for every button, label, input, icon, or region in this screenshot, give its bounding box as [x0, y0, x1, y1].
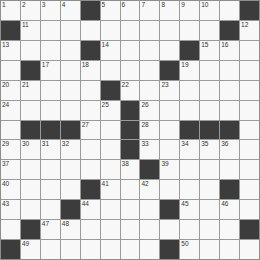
- clue-number: 6: [122, 1, 126, 9]
- cell-r2c8[interactable]: [140, 21, 159, 40]
- cell-r8c1[interactable]: 29: [1, 140, 20, 159]
- clue-number: 31: [42, 140, 49, 148]
- cell-r12c7[interactable]: [121, 220, 140, 239]
- cell-r6c12[interactable]: [220, 101, 239, 120]
- clue-number: 13: [2, 41, 9, 49]
- clue-number: 36: [221, 140, 228, 148]
- cell-r2c11[interactable]: [200, 21, 219, 40]
- cell-r1c2[interactable]: 2: [21, 1, 40, 20]
- cell-r12c9[interactable]: [160, 220, 179, 239]
- clue-number: 24: [2, 101, 9, 109]
- black-cell-r4c2: [21, 61, 40, 80]
- cell-r13c5[interactable]: [81, 240, 100, 259]
- cell-r6c13[interactable]: [240, 101, 259, 120]
- cell-r9c2[interactable]: [21, 160, 40, 179]
- cell-r13c7[interactable]: [121, 240, 140, 259]
- cell-r3c3[interactable]: [41, 41, 60, 60]
- cell-r13c11[interactable]: [200, 240, 219, 259]
- cell-r4c13[interactable]: [240, 61, 259, 80]
- black-cell-r3c10: [180, 41, 199, 60]
- cell-r1c8[interactable]: 7: [140, 1, 159, 20]
- cell-r3c11[interactable]: 15: [200, 41, 219, 60]
- cell-r8c13[interactable]: [240, 140, 259, 159]
- cell-r9c7[interactable]: 38: [121, 160, 140, 179]
- clue-number: 4: [62, 1, 66, 9]
- cell-r8c5[interactable]: [81, 140, 100, 159]
- black-cell-r8c7: [121, 140, 140, 159]
- cell-r3c7[interactable]: [121, 41, 140, 60]
- black-cell-r7c7: [121, 121, 140, 140]
- clue-number: 1: [2, 1, 6, 9]
- cell-r13c12[interactable]: [220, 240, 239, 259]
- clue-number: 7: [141, 1, 145, 9]
- cell-r5c1[interactable]: 20: [1, 81, 20, 100]
- clue-number: 33: [141, 140, 148, 148]
- clue-number: 34: [181, 140, 188, 148]
- cell-r1c10[interactable]: 9: [180, 1, 199, 20]
- clue-number: 38: [122, 160, 129, 168]
- cell-r7c1[interactable]: [1, 121, 20, 140]
- cell-r11c5[interactable]: 44: [81, 200, 100, 219]
- black-cell-r13c9: [160, 240, 179, 259]
- cell-r11c6[interactable]: [101, 200, 120, 219]
- cell-r2c9[interactable]: [160, 21, 179, 40]
- cell-r1c4[interactable]: 4: [61, 1, 80, 20]
- clue-number: 45: [181, 200, 188, 208]
- black-cell-r1c5: [81, 1, 100, 20]
- cell-r1c7[interactable]: 6: [121, 1, 140, 20]
- cell-r8c12[interactable]: 36: [220, 140, 239, 159]
- black-cell-r7c11: [200, 121, 219, 140]
- cell-r6c9[interactable]: [160, 101, 179, 120]
- cell-r9c6[interactable]: [101, 160, 120, 179]
- cell-r3c12[interactable]: 16: [220, 41, 239, 60]
- cell-r13c3[interactable]: [41, 240, 60, 259]
- cell-r3c2[interactable]: [21, 41, 40, 60]
- cell-r11c12[interactable]: 46: [220, 200, 239, 219]
- clue-number: 39: [161, 160, 168, 168]
- clue-number: 23: [161, 81, 168, 89]
- clue-number: 48: [62, 220, 69, 228]
- cell-r12c12[interactable]: [220, 220, 239, 239]
- cell-r2c2[interactable]: 11: [21, 21, 40, 40]
- cell-r13c10[interactable]: 50: [180, 240, 199, 259]
- cell-r5c11[interactable]: [200, 81, 219, 100]
- clue-number: 5: [102, 1, 106, 9]
- clue-number: 29: [2, 140, 9, 148]
- black-cell-r11c4: [61, 200, 80, 219]
- cell-r7c6[interactable]: [101, 121, 120, 140]
- clue-number: 21: [22, 81, 29, 89]
- black-cell-r12c2: [21, 220, 40, 239]
- clue-number: 37: [2, 160, 9, 168]
- cell-r8c10[interactable]: 34: [180, 140, 199, 159]
- cell-r5c9[interactable]: 23: [160, 81, 179, 100]
- cell-r9c11[interactable]: [200, 160, 219, 179]
- cell-r13c4[interactable]: [61, 240, 80, 259]
- black-cell-r2c12: [220, 21, 239, 40]
- black-cell-r10c5: [81, 180, 100, 199]
- cell-r2c3[interactable]: [41, 21, 60, 40]
- cell-r6c11[interactable]: [200, 101, 219, 120]
- cell-r5c4[interactable]: [61, 81, 80, 100]
- clue-number: 32: [62, 140, 69, 148]
- cell-r5c12[interactable]: [220, 81, 239, 100]
- cell-r10c3[interactable]: [41, 180, 60, 199]
- cell-r12c8[interactable]: [140, 220, 159, 239]
- cell-r10c6[interactable]: 41: [101, 180, 120, 199]
- cell-r8c11[interactable]: 35: [200, 140, 219, 159]
- cell-r7c5[interactable]: 27: [81, 121, 100, 140]
- cell-r10c11[interactable]: [200, 180, 219, 199]
- clue-number: 15: [201, 41, 208, 49]
- cell-r12c11[interactable]: [200, 220, 219, 239]
- black-cell-r7c2: [21, 121, 40, 140]
- cell-r2c5[interactable]: [81, 21, 100, 40]
- cell-r8c4[interactable]: 32: [61, 140, 80, 159]
- clue-number: 28: [141, 121, 148, 129]
- cell-r3c6[interactable]: 14: [101, 41, 120, 60]
- black-cell-r7c12: [220, 121, 239, 140]
- cell-r4c11[interactable]: [200, 61, 219, 80]
- cell-r8c3[interactable]: 31: [41, 140, 60, 159]
- cell-r10c4[interactable]: [61, 180, 80, 199]
- clue-number: 19: [181, 61, 188, 69]
- clue-number: 12: [241, 21, 248, 29]
- clue-number: 20: [2, 81, 9, 89]
- cell-r11c3[interactable]: [41, 200, 60, 219]
- clue-number: 43: [2, 200, 9, 208]
- cell-r13c2[interactable]: 49: [21, 240, 40, 259]
- cell-r3c8[interactable]: [140, 41, 159, 60]
- cell-r4c12[interactable]: [220, 61, 239, 80]
- cell-r13c6[interactable]: [101, 240, 120, 259]
- cell-r5c7[interactable]: 22: [121, 81, 140, 100]
- black-cell-r10c12: [220, 180, 239, 199]
- cell-r6c4[interactable]: [61, 101, 80, 120]
- cell-r10c9[interactable]: [160, 180, 179, 199]
- cell-r12c10[interactable]: [180, 220, 199, 239]
- cell-r4c7[interactable]: [121, 61, 140, 80]
- clue-number: 49: [22, 240, 29, 248]
- cell-r3c1[interactable]: 13: [1, 41, 20, 60]
- cell-r7c13[interactable]: [240, 121, 259, 140]
- cell-r9c1[interactable]: 37: [1, 160, 20, 179]
- clue-number: 2: [22, 1, 26, 9]
- clue-number: 26: [141, 101, 148, 109]
- cell-r11c1[interactable]: 43: [1, 200, 20, 219]
- black-cell-r3c5: [81, 41, 100, 60]
- black-cell-r7c4: [61, 121, 80, 140]
- cell-r2c7[interactable]: [121, 21, 140, 40]
- cell-r9c12[interactable]: [220, 160, 239, 179]
- cell-r8c2[interactable]: 30: [21, 140, 40, 159]
- cell-r4c8[interactable]: [140, 61, 159, 80]
- clue-number: 22: [122, 81, 129, 89]
- cell-r11c7[interactable]: [121, 200, 140, 219]
- cell-r4c1[interactable]: [1, 61, 20, 80]
- cell-r6c2[interactable]: [21, 101, 40, 120]
- cell-r11c11[interactable]: [200, 200, 219, 219]
- cell-r1c11[interactable]: 10: [200, 1, 219, 20]
- cell-r8c6[interactable]: [101, 140, 120, 159]
- clue-number: 41: [102, 180, 109, 188]
- cell-r6c1[interactable]: 24: [1, 101, 20, 120]
- black-cell-r11c9: [160, 200, 179, 219]
- cell-r5c13[interactable]: [240, 81, 259, 100]
- cell-r12c3[interactable]: 47: [41, 220, 60, 239]
- cell-r11c10[interactable]: 45: [180, 200, 199, 219]
- clue-number: 11: [22, 21, 29, 29]
- clue-number: 46: [221, 200, 228, 208]
- clue-number: 14: [102, 41, 109, 49]
- cell-r7c8[interactable]: 28: [140, 121, 159, 140]
- cell-r1c3[interactable]: 3: [41, 1, 60, 20]
- cell-r8c8[interactable]: 33: [140, 140, 159, 159]
- clue-number: 30: [22, 140, 29, 148]
- black-cell-r5c6: [101, 81, 120, 100]
- black-cell-r7c10: [180, 121, 199, 140]
- cell-r1c6[interactable]: 5: [101, 1, 120, 20]
- cell-r2c4[interactable]: [61, 21, 80, 40]
- clue-number: 8: [161, 1, 165, 9]
- cell-r10c1[interactable]: 40: [1, 180, 20, 199]
- black-cell-r2c1: [1, 21, 20, 40]
- cell-r6c10[interactable]: [180, 101, 199, 120]
- cell-r5c10[interactable]: [180, 81, 199, 100]
- clue-number: 25: [102, 101, 109, 109]
- clue-number: 47: [42, 220, 49, 228]
- cell-r10c7[interactable]: [121, 180, 140, 199]
- clue-number: 44: [82, 200, 89, 208]
- clue-number: 16: [221, 41, 228, 49]
- cell-r12c6[interactable]: [101, 220, 120, 239]
- cell-r7c9[interactable]: [160, 121, 179, 140]
- cell-r5c3[interactable]: [41, 81, 60, 100]
- cell-r12c1[interactable]: [1, 220, 20, 239]
- cell-r9c3[interactable]: [41, 160, 60, 179]
- cell-r3c4[interactable]: [61, 41, 80, 60]
- cell-r6c5[interactable]: [81, 101, 100, 120]
- cell-r5c2[interactable]: 21: [21, 81, 40, 100]
- black-cell-r1c13: [240, 1, 259, 20]
- cell-r9c13[interactable]: [240, 160, 259, 179]
- cell-r1c1[interactable]: 1: [1, 1, 20, 20]
- cell-r9c4[interactable]: [61, 160, 80, 179]
- cell-r9c10[interactable]: [180, 160, 199, 179]
- cell-r10c10[interactable]: [180, 180, 199, 199]
- cell-r3c9[interactable]: [160, 41, 179, 60]
- cell-r2c10[interactable]: [180, 21, 199, 40]
- clue-number: 9: [181, 1, 185, 9]
- cell-r1c9[interactable]: 8: [160, 1, 179, 20]
- black-cell-r9c8: [140, 160, 159, 179]
- cell-r10c2[interactable]: [21, 180, 40, 199]
- cell-r12c5[interactable]: [81, 220, 100, 239]
- clue-number: 42: [141, 180, 148, 188]
- cell-r4c10[interactable]: 19: [180, 61, 199, 80]
- cell-r9c5[interactable]: [81, 160, 100, 179]
- clue-number: 27: [82, 121, 89, 129]
- cell-r2c6[interactable]: [101, 21, 120, 40]
- black-cell-r12c13: [240, 220, 259, 239]
- cell-r4c5[interactable]: 18: [81, 61, 100, 80]
- clue-number: 35: [201, 140, 208, 148]
- cell-r6c8[interactable]: 26: [140, 101, 159, 120]
- cell-r11c8[interactable]: [140, 200, 159, 219]
- cell-r11c13[interactable]: [240, 200, 259, 219]
- cell-r8c9[interactable]: [160, 140, 179, 159]
- cell-r11c2[interactable]: [21, 200, 40, 219]
- cell-r4c3[interactable]: 17: [41, 61, 60, 80]
- cell-r6c3[interactable]: [41, 101, 60, 120]
- cell-r1c12[interactable]: [220, 1, 239, 20]
- black-cell-r4c9: [160, 61, 179, 80]
- cell-r4c4[interactable]: [61, 61, 80, 80]
- cell-r5c5[interactable]: [81, 81, 100, 100]
- black-cell-r7c3: [41, 121, 60, 140]
- clue-number: 50: [181, 240, 188, 248]
- black-cell-r6c7: [121, 101, 140, 120]
- crossword-board: 1234567891011121314151617181920212223242…: [0, 0, 260, 260]
- cell-r2c13[interactable]: 12: [240, 21, 259, 40]
- clue-number: 10: [201, 1, 208, 9]
- black-cell-r13c1: [1, 240, 20, 259]
- cell-r3c13[interactable]: [240, 41, 259, 60]
- cell-r13c13[interactable]: [240, 240, 259, 259]
- cell-r9c9[interactable]: 39: [160, 160, 179, 179]
- cell-r5c8[interactable]: [140, 81, 159, 100]
- clue-number: 18: [82, 61, 89, 69]
- clue-number: 40: [2, 180, 9, 188]
- cell-r13c8[interactable]: [140, 240, 159, 259]
- cell-r10c8[interactable]: 42: [140, 180, 159, 199]
- cell-r10c13[interactable]: [240, 180, 259, 199]
- cell-r12c4[interactable]: 48: [61, 220, 80, 239]
- cell-r6c6[interactable]: 25: [101, 101, 120, 120]
- clue-number: 3: [42, 1, 46, 9]
- cell-r4c6[interactable]: [101, 61, 120, 80]
- clue-number: 17: [42, 61, 49, 69]
